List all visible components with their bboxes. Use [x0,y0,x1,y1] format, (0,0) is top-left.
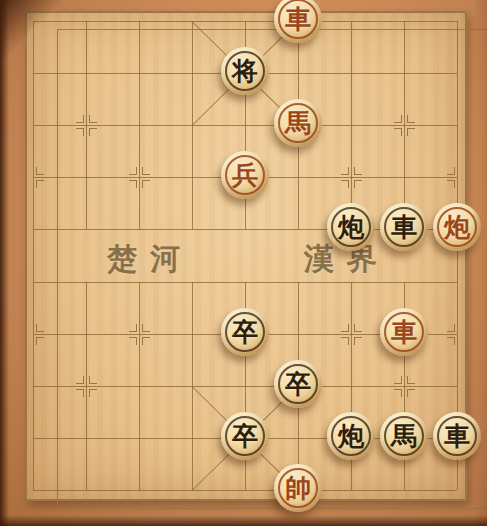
piece-black-chariot[interactable]: 車 [380,203,428,251]
grid-line [351,21,352,229]
piece-red-cannon[interactable]: 炮 [433,203,481,251]
piece-black-soldier[interactable]: 卒 [221,412,269,460]
grid-line [86,21,87,229]
grid-line [139,282,140,490]
piece-glyph: 卒 [232,319,258,345]
piece-black-soldier[interactable]: 卒 [221,308,269,356]
grid-line [33,490,457,491]
piece-glyph: 将 [232,58,258,84]
piece-glyph: 車 [391,214,417,240]
piece-glyph: 車 [444,423,470,449]
piece-red-chariot[interactable]: 車 [380,308,428,356]
piece-glyph: 卒 [285,371,311,397]
piece-glyph: 兵 [232,162,258,188]
piece-glyph: 帥 [285,475,311,501]
piece-red-horse[interactable]: 馬 [274,99,322,147]
piece-black-chariot[interactable]: 車 [433,412,481,460]
grid-line [33,21,34,490]
piece-black-cannon[interactable]: 炮 [327,203,375,251]
grid-line [404,21,405,229]
grid-line [139,21,140,229]
piece-black-general[interactable]: 将 [221,47,269,95]
xiangqi-scene: 楚河 漢界 車将馬兵炮車炮卒車卒卒炮馬車帥 [0,0,487,526]
grid-line [86,282,87,490]
piece-glyph: 炮 [338,214,364,240]
piece-black-cannon[interactable]: 炮 [327,412,375,460]
piece-red-general[interactable]: 帥 [274,464,322,512]
piece-glyph: 卒 [232,423,258,449]
piece-black-soldier[interactable]: 卒 [274,360,322,408]
piece-glyph: 炮 [338,423,364,449]
piece-glyph: 馬 [285,110,311,136]
river-label-left: 楚河 [107,239,193,280]
piece-glyph: 車 [285,6,311,32]
piece-glyph: 炮 [444,214,470,240]
piece-glyph: 車 [391,319,417,345]
piece-red-soldier[interactable]: 兵 [221,151,269,199]
piece-black-horse[interactable]: 馬 [380,412,428,460]
piece-glyph: 馬 [391,423,417,449]
